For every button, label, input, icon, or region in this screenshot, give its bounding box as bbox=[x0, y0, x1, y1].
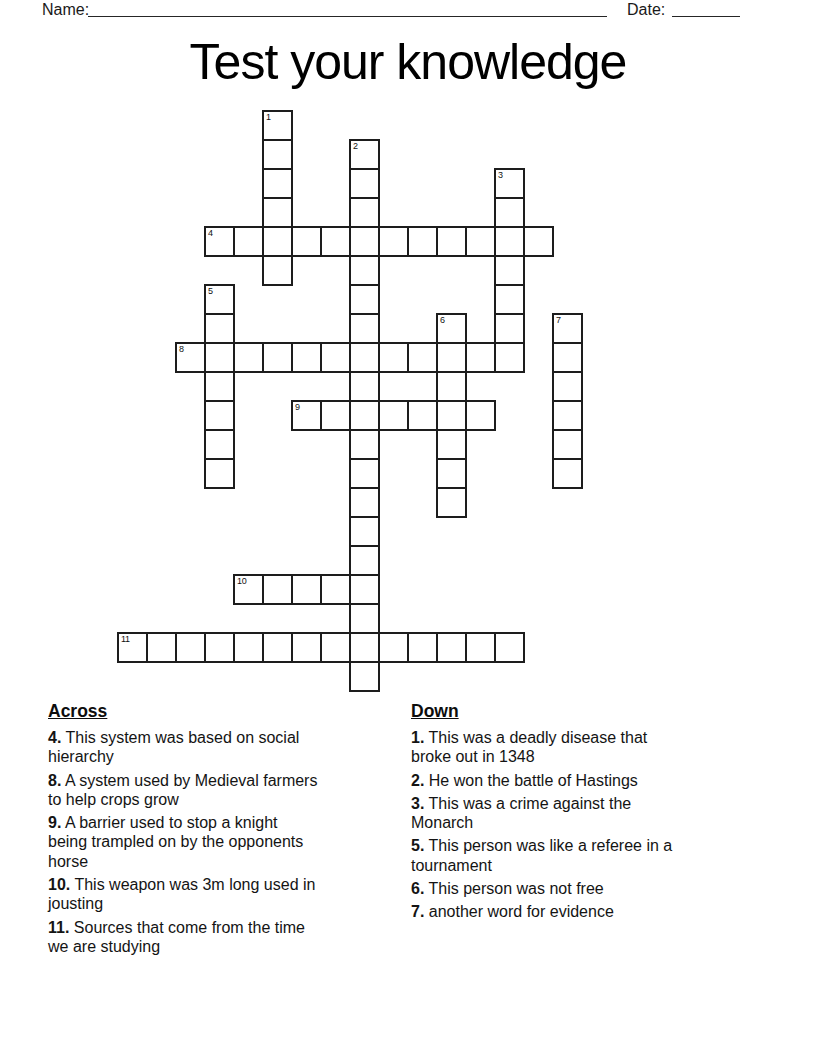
grid-cell-r3c5[interactable] bbox=[262, 197, 293, 228]
grid-cell-r8c13[interactable] bbox=[494, 342, 525, 373]
clue-text: This weapon was 3m long used in jousting bbox=[48, 876, 315, 912]
clue-number: 8. bbox=[48, 772, 61, 789]
clue-text: another word for evidence bbox=[424, 903, 613, 920]
clue-text: This was a deadly disease that broke out… bbox=[411, 729, 647, 765]
grid-cell-r9c3[interactable] bbox=[204, 371, 235, 402]
grid-cell-r6c8[interactable] bbox=[349, 284, 380, 315]
down-clues-section: Down 1. This was a deadly disease that b… bbox=[411, 701, 756, 926]
grid-cell-r8c8[interactable] bbox=[349, 342, 380, 373]
clue-number: 9. bbox=[48, 814, 61, 831]
clue-across-10: 10. This weapon was 3m long used in jous… bbox=[48, 875, 393, 914]
grid-cell-r17c8[interactable] bbox=[349, 603, 380, 634]
grid-cell-r4c5[interactable] bbox=[262, 226, 293, 257]
clue-number: 7. bbox=[411, 903, 424, 920]
cell-number: 1 bbox=[266, 112, 271, 122]
name-blank-line[interactable] bbox=[88, 2, 607, 17]
grid-cell-r18c0[interactable]: 11 bbox=[117, 632, 148, 663]
cell-number: 2 bbox=[353, 141, 358, 151]
clue-text: A system used by Medieval farmers to hel… bbox=[48, 772, 317, 808]
grid-cell-r4c13[interactable] bbox=[494, 226, 525, 257]
grid-cell-r10c3[interactable] bbox=[204, 400, 235, 431]
clue-text: This person was like a referee in a tour… bbox=[411, 837, 672, 873]
grid-cell-r7c8[interactable] bbox=[349, 313, 380, 344]
grid-cell-r11c15[interactable] bbox=[552, 429, 583, 460]
grid-cell-r2c8[interactable] bbox=[349, 168, 380, 199]
clue-across-9: 9. A barrier used to stop a knight being… bbox=[48, 813, 393, 871]
grid-cell-r12c15[interactable] bbox=[552, 458, 583, 489]
grid-cell-r5c5[interactable] bbox=[262, 255, 293, 286]
grid-cell-r14c8[interactable] bbox=[349, 516, 380, 547]
grid-cell-r4c6[interactable] bbox=[291, 226, 322, 257]
grid-cell-r8c5[interactable] bbox=[262, 342, 293, 373]
grid-cell-r18c12[interactable] bbox=[465, 632, 496, 663]
clue-down-2: 2. He won the battle of Hastings bbox=[411, 771, 756, 790]
clue-text: He won the battle of Hastings bbox=[424, 772, 637, 789]
grid-cell-r19c8[interactable] bbox=[349, 661, 380, 692]
grid-cell-r1c8[interactable]: 2 bbox=[349, 139, 380, 170]
grid-cell-r10c11[interactable] bbox=[436, 400, 467, 431]
down-heading: Down bbox=[411, 701, 756, 721]
cell-number: 6 bbox=[440, 315, 445, 325]
clue-across-4: 4. This system was based on social hiera… bbox=[48, 728, 393, 767]
grid-cell-r16c4[interactable]: 10 bbox=[233, 574, 264, 605]
grid-cell-r16c8[interactable] bbox=[349, 574, 380, 605]
grid-cell-r10c10[interactable] bbox=[407, 400, 438, 431]
cell-number: 7 bbox=[556, 315, 561, 325]
cell-number: 10 bbox=[237, 576, 246, 586]
clue-text: Sources that come from the time we are s… bbox=[48, 919, 305, 955]
grid-cell-r13c8[interactable] bbox=[349, 487, 380, 518]
clue-down-3: 3. This was a crime against the Monarch bbox=[411, 794, 756, 833]
grid-cell-r8c11[interactable] bbox=[436, 342, 467, 373]
grid-cell-r2c13[interactable]: 3 bbox=[494, 168, 525, 199]
grid-cell-r0c5[interactable]: 1 bbox=[262, 110, 293, 141]
grid-cell-r15c8[interactable] bbox=[349, 545, 380, 576]
grid-cell-r3c13[interactable] bbox=[494, 197, 525, 228]
cell-number: 9 bbox=[295, 402, 300, 412]
clue-number: 2. bbox=[411, 772, 424, 789]
grid-cell-r4c7[interactable] bbox=[320, 226, 351, 257]
grid-cell-r10c6[interactable]: 9 bbox=[291, 400, 322, 431]
grid-cell-r4c10[interactable] bbox=[407, 226, 438, 257]
grid-cell-r16c5[interactable] bbox=[262, 574, 293, 605]
down-clue-list: 1. This was a deadly disease that broke … bbox=[411, 728, 756, 922]
grid-cell-r4c4[interactable] bbox=[233, 226, 264, 257]
clue-number: 1. bbox=[411, 729, 424, 746]
grid-cell-r12c8[interactable] bbox=[349, 458, 380, 489]
date-label: Date: bbox=[627, 1, 665, 19]
clue-number: 4. bbox=[48, 729, 61, 746]
clue-across-11: 11. Sources that come from the time we a… bbox=[48, 918, 393, 957]
grid-cell-r18c3[interactable] bbox=[204, 632, 235, 663]
clue-down-6: 6. This person was not free bbox=[411, 879, 756, 898]
grid-cell-r9c11[interactable] bbox=[436, 371, 467, 402]
grid-cell-r1c5[interactable] bbox=[262, 139, 293, 170]
date-blank-line[interactable] bbox=[672, 2, 740, 17]
grid-cell-r18c9[interactable] bbox=[378, 632, 409, 663]
grid-cell-r8c9[interactable] bbox=[378, 342, 409, 373]
puzzle-title: Test your knowledge bbox=[0, 34, 816, 90]
grid-cell-r8c6[interactable] bbox=[291, 342, 322, 373]
grid-cell-r16c6[interactable] bbox=[291, 574, 322, 605]
grid-cell-r16c7[interactable] bbox=[320, 574, 351, 605]
grid-cell-r7c11[interactable]: 6 bbox=[436, 313, 467, 344]
grid-cell-r3c8[interactable] bbox=[349, 197, 380, 228]
cell-number: 11 bbox=[121, 634, 130, 644]
grid-cell-r8c4[interactable] bbox=[233, 342, 264, 373]
grid-cell-r4c12[interactable] bbox=[465, 226, 496, 257]
grid-cell-r18c6[interactable] bbox=[291, 632, 322, 663]
grid-cell-r4c9[interactable] bbox=[378, 226, 409, 257]
grid-cell-r18c11[interactable] bbox=[436, 632, 467, 663]
clue-number: 3. bbox=[411, 795, 424, 812]
grid-cell-r10c7[interactable] bbox=[320, 400, 351, 431]
grid-cell-r9c15[interactable] bbox=[552, 371, 583, 402]
grid-cell-r5c13[interactable] bbox=[494, 255, 525, 286]
clue-down-5: 5. This person was like a referee in a t… bbox=[411, 836, 756, 875]
grid-cell-r9c8[interactable] bbox=[349, 371, 380, 402]
name-label: Name: bbox=[42, 1, 89, 19]
grid-cell-r7c15[interactable]: 7 bbox=[552, 313, 583, 344]
grid-cell-r8c3[interactable] bbox=[204, 342, 235, 373]
grid-cell-r4c3[interactable]: 4 bbox=[204, 226, 235, 257]
grid-cell-r18c7[interactable] bbox=[320, 632, 351, 663]
grid-cell-r10c12[interactable] bbox=[465, 400, 496, 431]
grid-cell-r8c2[interactable]: 8 bbox=[175, 342, 206, 373]
across-clue-list: 4. This system was based on social hiera… bbox=[48, 728, 393, 956]
grid-cell-r11c8[interactable] bbox=[349, 429, 380, 460]
cell-number: 8 bbox=[179, 344, 184, 354]
grid-cell-r7c3[interactable] bbox=[204, 313, 235, 344]
grid-cell-r7c13[interactable] bbox=[494, 313, 525, 344]
grid-cell-r2c5[interactable] bbox=[262, 168, 293, 199]
grid-cell-r8c7[interactable] bbox=[320, 342, 351, 373]
across-clues-section: Across 4. This system was based on socia… bbox=[48, 701, 393, 960]
grid-cell-r6c3[interactable]: 5 bbox=[204, 284, 235, 315]
grid-cell-r8c15[interactable] bbox=[552, 342, 583, 373]
grid-cell-r18c5[interactable] bbox=[262, 632, 293, 663]
grid-cell-r18c4[interactable] bbox=[233, 632, 264, 663]
grid-cell-r18c8[interactable] bbox=[349, 632, 380, 663]
grid-cell-r11c3[interactable] bbox=[204, 429, 235, 460]
grid-cell-r4c8[interactable] bbox=[349, 226, 380, 257]
grid-cell-r6c13[interactable] bbox=[494, 284, 525, 315]
clue-number: 10. bbox=[48, 876, 70, 893]
clue-text: This was a crime against the Monarch bbox=[411, 795, 631, 831]
grid-cell-r10c8[interactable] bbox=[349, 400, 380, 431]
grid-cell-r13c11[interactable] bbox=[436, 487, 467, 518]
clue-down-1: 1. This was a deadly disease that broke … bbox=[411, 728, 756, 767]
clue-number: 6. bbox=[411, 880, 424, 897]
clue-number: 11. bbox=[48, 919, 69, 936]
crossword-worksheet: Name: Date: Test your knowledge 12345678… bbox=[0, 0, 816, 1056]
grid-cell-r11c11[interactable] bbox=[436, 429, 467, 460]
clue-down-7: 7. another word for evidence bbox=[411, 902, 756, 921]
clue-across-8: 8. A system used by Medieval farmers to … bbox=[48, 771, 393, 810]
cell-number: 3 bbox=[498, 170, 503, 180]
clue-text: This person was not free bbox=[424, 880, 603, 897]
clue-number: 5. bbox=[411, 837, 424, 854]
across-heading: Across bbox=[48, 701, 393, 721]
grid-cell-r10c15[interactable] bbox=[552, 400, 583, 431]
grid-cell-r4c11[interactable] bbox=[436, 226, 467, 257]
grid-cell-r4c14[interactable] bbox=[523, 226, 554, 257]
grid-cell-r12c3[interactable] bbox=[204, 458, 235, 489]
grid-cell-r5c8[interactable] bbox=[349, 255, 380, 286]
grid-cell-r10c9[interactable] bbox=[378, 400, 409, 431]
grid-cell-r8c12[interactable] bbox=[465, 342, 496, 373]
clue-text: A barrier used to stop a knight being tr… bbox=[48, 814, 303, 870]
cell-number: 4 bbox=[208, 228, 213, 238]
grid-cell-r12c11[interactable] bbox=[436, 458, 467, 489]
clue-text: This system was based on social hierarch… bbox=[48, 729, 299, 765]
grid-cell-r18c2[interactable] bbox=[175, 632, 206, 663]
grid-cell-r18c1[interactable] bbox=[146, 632, 177, 663]
grid-cell-r8c10[interactable] bbox=[407, 342, 438, 373]
grid-cell-r18c13[interactable] bbox=[494, 632, 525, 663]
crossword-grid: 1234567891011 bbox=[117, 110, 585, 694]
cell-number: 5 bbox=[208, 286, 213, 296]
grid-cell-r18c10[interactable] bbox=[407, 632, 438, 663]
